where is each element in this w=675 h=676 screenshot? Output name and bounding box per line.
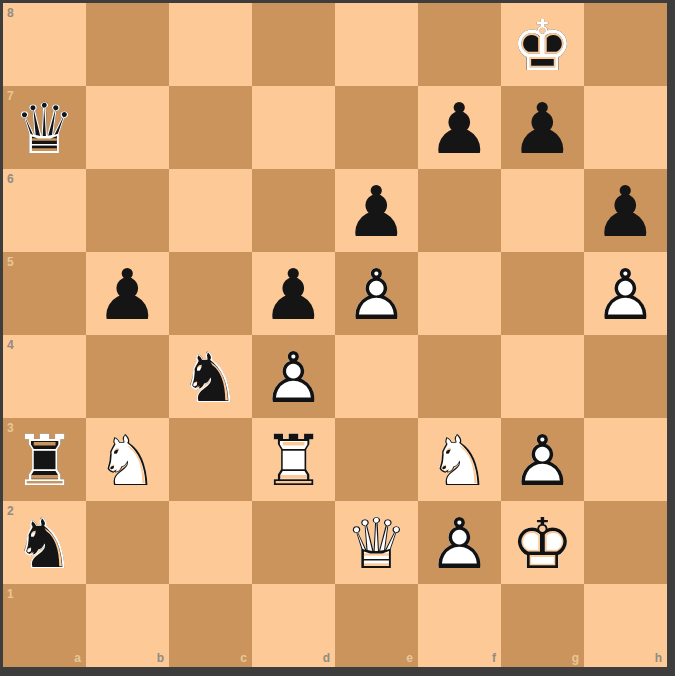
pawn-glyph-fill: ♟	[252, 335, 335, 418]
file-label-b: b	[157, 652, 164, 664]
square-g8[interactable]: ♚♔	[501, 3, 584, 86]
pawn-glyph-outline: ♙	[501, 418, 584, 501]
square-g5[interactable]	[501, 252, 584, 335]
square-d8[interactable]	[252, 3, 335, 86]
piece-white-rook[interactable]: ♜♖	[252, 418, 335, 501]
piece-white-pawn[interactable]: ♟♙	[584, 252, 667, 335]
knight-glyph-fill: ♞	[3, 501, 86, 584]
square-b7[interactable]	[86, 86, 169, 169]
square-a7[interactable]: 7♛♕	[3, 86, 86, 169]
rook-glyph-fill: ♜	[3, 418, 86, 501]
square-d6[interactable]	[252, 169, 335, 252]
square-b4[interactable]	[86, 335, 169, 418]
square-d3[interactable]: ♜♖	[252, 418, 335, 501]
piece-black-pawn[interactable]: ♟	[86, 252, 169, 335]
file-label-e: e	[406, 652, 413, 664]
pawn-glyph-fill: ♟	[252, 252, 335, 335]
square-h6[interactable]: ♟	[584, 169, 667, 252]
square-h1[interactable]: h	[584, 584, 667, 667]
square-b3[interactable]: ♞♘	[86, 418, 169, 501]
square-a5[interactable]: 5	[3, 252, 86, 335]
file-label-d: d	[323, 652, 330, 664]
pawn-glyph-fill: ♟	[335, 252, 418, 335]
square-g3[interactable]: ♟♙	[501, 418, 584, 501]
board-frame: 8♚♔7♛♕♟♟6♟♟5♟♟♟♙♟♙4♞♘♟♙3♜♖♞♘♜♖♞♘♟♙2♞♘♛♕♟…	[0, 0, 675, 676]
square-e6[interactable]: ♟	[335, 169, 418, 252]
rank-label-6: 6	[7, 173, 14, 185]
pawn-glyph-fill: ♟	[86, 252, 169, 335]
piece-black-knight[interactable]: ♞♘	[3, 501, 86, 584]
square-e3[interactable]	[335, 418, 418, 501]
piece-white-king[interactable]: ♚♔	[501, 501, 584, 584]
pawn-glyph-fill: ♟	[584, 252, 667, 335]
square-g7[interactable]: ♟	[501, 86, 584, 169]
piece-black-queen[interactable]: ♛♕	[3, 86, 86, 169]
square-g4[interactable]	[501, 335, 584, 418]
piece-white-pawn[interactable]: ♟♙	[501, 418, 584, 501]
file-label-h: h	[655, 652, 662, 664]
square-f4[interactable]	[418, 335, 501, 418]
pawn-glyph-fill: ♟	[418, 86, 501, 169]
square-a6[interactable]: 6	[3, 169, 86, 252]
square-f7[interactable]: ♟	[418, 86, 501, 169]
square-e7[interactable]	[335, 86, 418, 169]
piece-white-queen[interactable]: ♛♕	[335, 501, 418, 584]
square-h5[interactable]: ♟♙	[584, 252, 667, 335]
queen-glyph-fill: ♛	[3, 86, 86, 169]
square-a2[interactable]: 2♞♘	[3, 501, 86, 584]
file-label-g: g	[572, 652, 579, 664]
king-glyph-outline: ♔	[501, 501, 584, 584]
pawn-glyph-fill: ♟	[335, 169, 418, 252]
piece-black-pawn[interactable]: ♟	[335, 169, 418, 252]
square-h3[interactable]	[584, 418, 667, 501]
queen-glyph-outline: ♕	[3, 86, 86, 169]
piece-white-pawn[interactable]: ♟♙	[418, 501, 501, 584]
square-d4[interactable]: ♟♙	[252, 335, 335, 418]
square-e1[interactable]: e	[335, 584, 418, 667]
piece-white-pawn[interactable]: ♟♙	[335, 252, 418, 335]
pawn-glyph-fill: ♟	[418, 501, 501, 584]
square-b2[interactable]	[86, 501, 169, 584]
piece-black-king[interactable]: ♚♔	[501, 3, 584, 86]
square-e8[interactable]	[335, 3, 418, 86]
knight-glyph-fill: ♞	[418, 418, 501, 501]
square-e5[interactable]: ♟♙	[335, 252, 418, 335]
square-c1[interactable]: c	[169, 584, 252, 667]
square-f5[interactable]	[418, 252, 501, 335]
square-b6[interactable]	[86, 169, 169, 252]
square-d2[interactable]	[252, 501, 335, 584]
rank-label-5: 5	[7, 256, 14, 268]
pawn-glyph-outline: ♙	[418, 501, 501, 584]
queen-glyph-fill: ♛	[335, 501, 418, 584]
square-c6[interactable]	[169, 169, 252, 252]
square-c5[interactable]	[169, 252, 252, 335]
rank-label-1: 1	[7, 588, 14, 600]
rook-glyph-outline: ♖	[252, 418, 335, 501]
square-a1[interactable]: 1a	[3, 584, 86, 667]
square-f6[interactable]	[418, 169, 501, 252]
square-f8[interactable]	[418, 3, 501, 86]
knight-glyph-outline: ♘	[169, 335, 252, 418]
piece-black-knight[interactable]: ♞♘	[169, 335, 252, 418]
chess-board: 8♚♔7♛♕♟♟6♟♟5♟♟♟♙♟♙4♞♘♟♙3♜♖♞♘♜♖♞♘♟♙2♞♘♛♕♟…	[3, 3, 667, 667]
square-a8[interactable]: 8	[3, 3, 86, 86]
pawn-glyph-outline: ♙	[335, 252, 418, 335]
piece-black-pawn[interactable]: ♟	[584, 169, 667, 252]
square-g2[interactable]: ♚♔	[501, 501, 584, 584]
square-a3[interactable]: 3♜♖	[3, 418, 86, 501]
square-b5[interactable]: ♟	[86, 252, 169, 335]
square-e2[interactable]: ♛♕	[335, 501, 418, 584]
rank-label-4: 4	[7, 339, 14, 351]
square-g6[interactable]	[501, 169, 584, 252]
square-d1[interactable]: d	[252, 584, 335, 667]
piece-black-pawn[interactable]: ♟	[418, 86, 501, 169]
rook-glyph-fill: ♜	[252, 418, 335, 501]
square-c8[interactable]	[169, 3, 252, 86]
square-e4[interactable]	[335, 335, 418, 418]
square-g1[interactable]: g	[501, 584, 584, 667]
square-f1[interactable]: f	[418, 584, 501, 667]
queen-glyph-outline: ♕	[335, 501, 418, 584]
piece-black-rook[interactable]: ♜♖	[3, 418, 86, 501]
square-f2[interactable]: ♟♙	[418, 501, 501, 584]
pawn-glyph-outline: ♙	[252, 335, 335, 418]
square-c2[interactable]	[169, 501, 252, 584]
pawn-glyph-fill: ♟	[501, 86, 584, 169]
square-a4[interactable]: 4	[3, 335, 86, 418]
square-h7[interactable]	[584, 86, 667, 169]
square-c4[interactable]: ♞♘	[169, 335, 252, 418]
file-label-c: c	[240, 652, 247, 664]
square-c3[interactable]	[169, 418, 252, 501]
rank-label-8: 8	[7, 7, 14, 19]
square-c7[interactable]	[169, 86, 252, 169]
knight-glyph-outline: ♘	[86, 418, 169, 501]
piece-white-pawn[interactable]: ♟♙	[252, 335, 335, 418]
pawn-glyph-outline: ♙	[584, 252, 667, 335]
pawn-glyph-fill: ♟	[501, 418, 584, 501]
file-label-f: f	[492, 652, 496, 664]
piece-white-knight[interactable]: ♞♘	[418, 418, 501, 501]
square-h2[interactable]	[584, 501, 667, 584]
pawn-glyph-fill: ♟	[584, 169, 667, 252]
square-d5[interactable]: ♟	[252, 252, 335, 335]
square-d7[interactable]	[252, 86, 335, 169]
square-h8[interactable]	[584, 3, 667, 86]
knight-glyph-fill: ♞	[169, 335, 252, 418]
square-h4[interactable]	[584, 335, 667, 418]
king-glyph-fill: ♚	[501, 501, 584, 584]
square-b1[interactable]: b	[86, 584, 169, 667]
file-label-a: a	[74, 652, 81, 664]
king-glyph-fill: ♚	[501, 3, 584, 86]
square-f3[interactable]: ♞♘	[418, 418, 501, 501]
knight-glyph-fill: ♞	[86, 418, 169, 501]
rook-glyph-outline: ♖	[3, 418, 86, 501]
piece-white-knight[interactable]: ♞♘	[86, 418, 169, 501]
square-b8[interactable]	[86, 3, 169, 86]
piece-black-pawn[interactable]: ♟	[501, 86, 584, 169]
knight-glyph-outline: ♘	[3, 501, 86, 584]
king-glyph-outline: ♔	[501, 3, 584, 86]
piece-black-pawn[interactable]: ♟	[252, 252, 335, 335]
knight-glyph-outline: ♘	[418, 418, 501, 501]
